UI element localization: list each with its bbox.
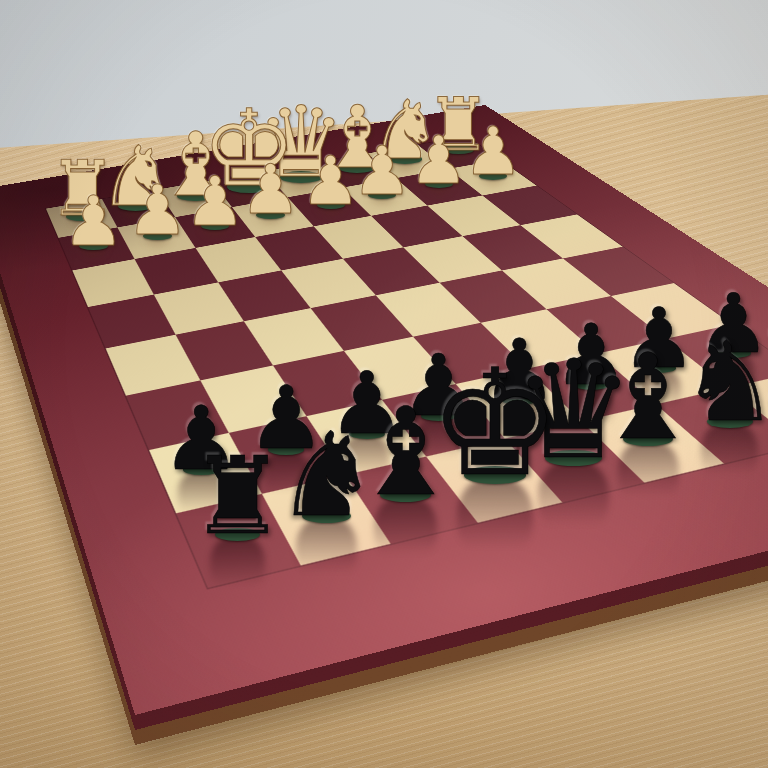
scene: ♜♞♝♚♛♝♞♜♟♟♟♟♟♟♟♟♟♟♟♟♟♟♟♟♜♞♝♚♛♝♞♜ <box>0 0 768 768</box>
white-pawn-glyph: ♟ <box>127 177 189 246</box>
black-rook-glyph: ♜ <box>190 443 286 550</box>
white-pawn-glyph: ♟ <box>301 148 361 215</box>
black-knight-glyph: ♞ <box>275 417 379 533</box>
white-pawn-glyph: ♟ <box>464 119 523 185</box>
white-pawn-glyph: ♟ <box>352 138 412 205</box>
white-pawn-glyph: ♟ <box>63 187 125 256</box>
white-pawn-glyph: ♟ <box>184 168 245 236</box>
white-pawn-glyph: ♟ <box>240 157 301 225</box>
white-pawn-glyph: ♟ <box>409 128 468 194</box>
pieces-layer: ♜♞♝♚♛♝♞♜♟♟♟♟♟♟♟♟♟♟♟♟♟♟♟♟♜♞♝♚♛♝♞♜ <box>0 0 768 768</box>
